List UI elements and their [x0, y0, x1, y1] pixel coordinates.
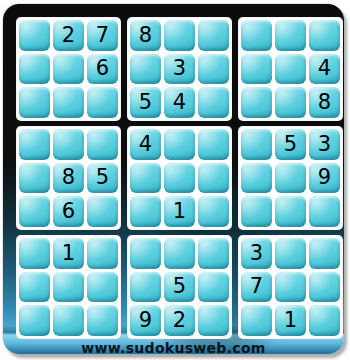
cell-r4c8[interactable]: 5: [275, 129, 306, 160]
cell-r5c4[interactable]: [130, 163, 161, 194]
cell-r9c4[interactable]: 9: [130, 305, 161, 336]
cell-r2c9[interactable]: 4: [309, 54, 340, 85]
cell-r8c5[interactable]: 5: [164, 272, 195, 303]
box-3-1: 1: [16, 235, 121, 339]
cell-r3c7[interactable]: [241, 87, 272, 118]
cell-r4c6[interactable]: [198, 129, 229, 160]
cell-r4c5[interactable]: [164, 129, 195, 160]
cell-r5c7[interactable]: [241, 163, 272, 194]
cell-r1c4[interactable]: 8: [130, 20, 161, 51]
cell-r7c3[interactable]: [87, 238, 118, 269]
cell-r7c9[interactable]: [309, 238, 340, 269]
cell-r8c6[interactable]: [198, 272, 229, 303]
cell-r6c6[interactable]: [198, 196, 229, 227]
cell-r5c6[interactable]: [198, 163, 229, 194]
cell-r6c8[interactable]: [275, 196, 306, 227]
cell-r7c8[interactable]: [275, 238, 306, 269]
cell-r2c8[interactable]: [275, 54, 306, 85]
cell-r9c3[interactable]: [87, 305, 118, 336]
cell-r4c1[interactable]: [19, 129, 50, 160]
cell-r5c3[interactable]: 5: [87, 163, 118, 194]
sudoku-board: 276835448856415391592371: [16, 17, 343, 339]
cell-r8c9[interactable]: [309, 272, 340, 303]
cell-r3c3[interactable]: [87, 87, 118, 118]
cell-r9c6[interactable]: [198, 305, 229, 336]
cell-r4c7[interactable]: [241, 129, 272, 160]
cell-r4c2[interactable]: [53, 129, 84, 160]
box-3-2: 592: [127, 235, 232, 339]
cell-r5c8[interactable]: [275, 163, 306, 194]
cell-r4c3[interactable]: [87, 129, 118, 160]
cell-r3c1[interactable]: [19, 87, 50, 118]
cell-r3c5[interactable]: 4: [164, 87, 195, 118]
cell-r6c9[interactable]: [309, 196, 340, 227]
cell-r6c7[interactable]: [241, 196, 272, 227]
cell-r5c5[interactable]: [164, 163, 195, 194]
box-1-3: 48: [238, 17, 343, 121]
cell-r2c1[interactable]: [19, 54, 50, 85]
cell-r1c9[interactable]: [309, 20, 340, 51]
cell-r7c2[interactable]: 1: [53, 238, 84, 269]
cell-r1c2[interactable]: 2: [53, 20, 84, 51]
cell-r8c4[interactable]: [130, 272, 161, 303]
cell-r7c6[interactable]: [198, 238, 229, 269]
cell-r7c1[interactable]: [19, 238, 50, 269]
box-3-3: 371: [238, 235, 343, 339]
cell-r5c1[interactable]: [19, 163, 50, 194]
cell-r3c8[interactable]: [275, 87, 306, 118]
cell-r9c5[interactable]: 2: [164, 305, 195, 336]
box-2-3: 539: [238, 126, 343, 230]
cell-r7c4[interactable]: [130, 238, 161, 269]
box-1-2: 8354: [127, 17, 232, 121]
cell-r7c5[interactable]: [164, 238, 195, 269]
cell-r2c6[interactable]: [198, 54, 229, 85]
cell-r5c9[interactable]: 9: [309, 163, 340, 194]
cell-r8c2[interactable]: [53, 272, 84, 303]
cell-r9c1[interactable]: [19, 305, 50, 336]
cell-r9c8[interactable]: 1: [275, 305, 306, 336]
cell-r1c6[interactable]: [198, 20, 229, 51]
cell-r1c1[interactable]: [19, 20, 50, 51]
cell-r2c5[interactable]: 3: [164, 54, 195, 85]
cell-r1c5[interactable]: [164, 20, 195, 51]
box-2-2: 41: [127, 126, 232, 230]
cell-r2c7[interactable]: [241, 54, 272, 85]
cell-r8c8[interactable]: [275, 272, 306, 303]
cell-r8c7[interactable]: 7: [241, 272, 272, 303]
cell-r2c2[interactable]: [53, 54, 84, 85]
cell-r3c9[interactable]: 8: [309, 87, 340, 118]
board-frame: 276835448856415391592371 www.sudokusweb.…: [3, 4, 344, 354]
cell-r1c7[interactable]: [241, 20, 272, 51]
cell-r3c6[interactable]: [198, 87, 229, 118]
cell-r6c3[interactable]: [87, 196, 118, 227]
cell-r4c4[interactable]: 4: [130, 129, 161, 160]
cell-r6c1[interactable]: [19, 196, 50, 227]
cell-r2c4[interactable]: [130, 54, 161, 85]
cell-r9c9[interactable]: [309, 305, 340, 336]
cell-r8c1[interactable]: [19, 272, 50, 303]
cell-r1c3[interactable]: 7: [87, 20, 118, 51]
cell-r9c7[interactable]: [241, 305, 272, 336]
cell-r1c8[interactable]: [275, 20, 306, 51]
cell-r7c7[interactable]: 3: [241, 238, 272, 269]
cell-r2c3[interactable]: 6: [87, 54, 118, 85]
cell-r6c5[interactable]: 1: [164, 196, 195, 227]
cell-r3c2[interactable]: [53, 87, 84, 118]
cell-r4c9[interactable]: 3: [309, 129, 340, 160]
cell-r9c2[interactable]: [53, 305, 84, 336]
site-label: www.sudokusweb.com: [3, 340, 344, 356]
cell-r6c4[interactable]: [130, 196, 161, 227]
box-2-1: 856: [16, 126, 121, 230]
cell-r5c2[interactable]: 8: [53, 163, 84, 194]
box-1-1: 276: [16, 17, 121, 121]
cell-r3c4[interactable]: 5: [130, 87, 161, 118]
cell-r6c2[interactable]: 6: [53, 196, 84, 227]
cell-r8c3[interactable]: [87, 272, 118, 303]
